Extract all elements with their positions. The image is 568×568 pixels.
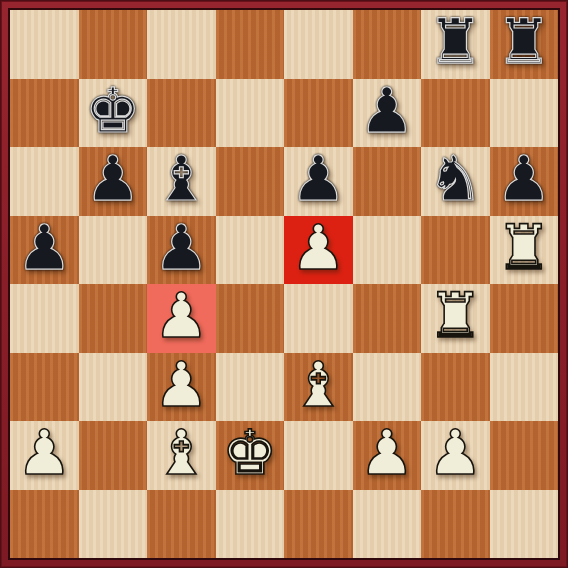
black-pawn[interactable]: ♟ — [16, 217, 72, 279]
white-pawn[interactable]: ♟ — [359, 422, 415, 484]
square-a2[interactable]: ♟ — [10, 421, 79, 490]
square-f1[interactable] — [353, 490, 422, 559]
square-g4[interactable]: ♜ — [421, 284, 490, 353]
square-c4[interactable]: ♟ — [147, 284, 216, 353]
square-d6[interactable] — [216, 147, 285, 216]
square-d4[interactable] — [216, 284, 285, 353]
square-a8[interactable] — [10, 10, 79, 79]
white-pawn[interactable]: ♟ — [153, 285, 209, 347]
square-b5[interactable] — [79, 216, 148, 285]
square-f7[interactable]: ♟ — [353, 79, 422, 148]
square-b6[interactable]: ♟ — [79, 147, 148, 216]
square-b4[interactable] — [79, 284, 148, 353]
black-pawn[interactable]: ♟ — [153, 217, 209, 279]
white-bishop[interactable]: ♝ — [153, 422, 209, 484]
black-king[interactable]: ♚ — [85, 80, 141, 142]
square-f2[interactable]: ♟ — [353, 421, 422, 490]
white-pawn[interactable]: ♟ — [290, 217, 346, 279]
square-h6[interactable]: ♟ — [490, 147, 559, 216]
square-b2[interactable] — [79, 421, 148, 490]
square-c6[interactable]: ♝ — [147, 147, 216, 216]
square-e1[interactable] — [284, 490, 353, 559]
square-h1[interactable] — [490, 490, 559, 559]
square-f5[interactable] — [353, 216, 422, 285]
square-g6[interactable]: ♞ — [421, 147, 490, 216]
black-pawn[interactable]: ♟ — [496, 148, 552, 210]
square-b3[interactable] — [79, 353, 148, 422]
white-rook[interactable]: ♜ — [427, 285, 483, 347]
square-c1[interactable] — [147, 490, 216, 559]
white-bishop[interactable]: ♝ — [290, 354, 346, 416]
square-a6[interactable] — [10, 147, 79, 216]
board-frame: ♜♜♚♟♟♝♟♞♟♟♟♟♜♟♜♟♝♟♝♚♟♟ — [0, 0, 568, 568]
square-c8[interactable] — [147, 10, 216, 79]
square-g5[interactable] — [421, 216, 490, 285]
square-e4[interactable] — [284, 284, 353, 353]
square-c2[interactable]: ♝ — [147, 421, 216, 490]
black-bishop[interactable]: ♝ — [153, 148, 209, 210]
square-c5[interactable]: ♟ — [147, 216, 216, 285]
black-knight[interactable]: ♞ — [427, 148, 483, 210]
square-e7[interactable] — [284, 79, 353, 148]
square-a4[interactable] — [10, 284, 79, 353]
square-c3[interactable]: ♟ — [147, 353, 216, 422]
white-pawn[interactable]: ♟ — [153, 354, 209, 416]
square-f8[interactable] — [353, 10, 422, 79]
square-b8[interactable] — [79, 10, 148, 79]
square-e6[interactable]: ♟ — [284, 147, 353, 216]
square-g8[interactable]: ♜ — [421, 10, 490, 79]
white-king[interactable]: ♚ — [222, 422, 278, 484]
square-b7[interactable]: ♚ — [79, 79, 148, 148]
square-d2[interactable]: ♚ — [216, 421, 285, 490]
black-pawn[interactable]: ♟ — [85, 148, 141, 210]
square-e2[interactable] — [284, 421, 353, 490]
square-d5[interactable] — [216, 216, 285, 285]
black-rook[interactable]: ♜ — [427, 11, 483, 73]
square-e5[interactable]: ♟ — [284, 216, 353, 285]
square-e3[interactable]: ♝ — [284, 353, 353, 422]
chess-board: ♜♜♚♟♟♝♟♞♟♟♟♟♜♟♜♟♝♟♝♚♟♟ — [10, 10, 558, 558]
square-c7[interactable] — [147, 79, 216, 148]
white-pawn[interactable]: ♟ — [16, 422, 72, 484]
square-f6[interactable] — [353, 147, 422, 216]
square-h8[interactable]: ♜ — [490, 10, 559, 79]
square-h7[interactable] — [490, 79, 559, 148]
square-h3[interactable] — [490, 353, 559, 422]
square-d1[interactable] — [216, 490, 285, 559]
square-f4[interactable] — [353, 284, 422, 353]
square-f3[interactable] — [353, 353, 422, 422]
square-b1[interactable] — [79, 490, 148, 559]
white-rook[interactable]: ♜ — [496, 217, 552, 279]
square-h4[interactable] — [490, 284, 559, 353]
square-d7[interactable] — [216, 79, 285, 148]
black-rook[interactable]: ♜ — [496, 11, 552, 73]
square-a1[interactable] — [10, 490, 79, 559]
square-a7[interactable] — [10, 79, 79, 148]
black-pawn[interactable]: ♟ — [359, 80, 415, 142]
square-h5[interactable]: ♜ — [490, 216, 559, 285]
square-e8[interactable] — [284, 10, 353, 79]
black-pawn[interactable]: ♟ — [290, 148, 346, 210]
square-a5[interactable]: ♟ — [10, 216, 79, 285]
square-d8[interactable] — [216, 10, 285, 79]
square-a3[interactable] — [10, 353, 79, 422]
square-g7[interactable] — [421, 79, 490, 148]
square-g3[interactable] — [421, 353, 490, 422]
square-h2[interactable] — [490, 421, 559, 490]
square-g1[interactable] — [421, 490, 490, 559]
white-pawn[interactable]: ♟ — [427, 422, 483, 484]
square-g2[interactable]: ♟ — [421, 421, 490, 490]
square-d3[interactable] — [216, 353, 285, 422]
